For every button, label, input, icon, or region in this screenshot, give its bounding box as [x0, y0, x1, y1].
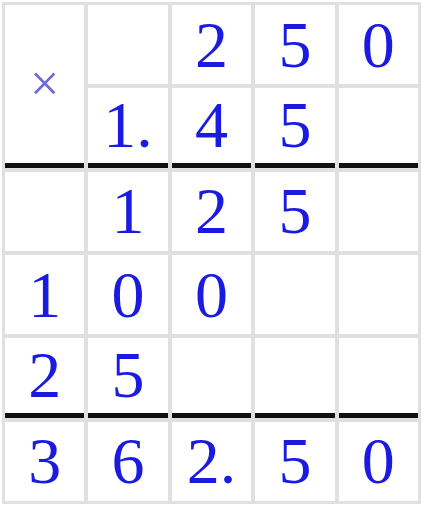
- grid-cell-r1c5: 0: [339, 5, 418, 84]
- grid-cell-r2c4: 5: [255, 88, 334, 167]
- grid-cell-r2c3: 4: [172, 88, 251, 167]
- grid-cell-r6c4: 5: [255, 422, 334, 501]
- grid-cell-r2c5: [339, 88, 418, 167]
- grid-cell-r5c2: 5: [88, 338, 167, 417]
- grid-cell-r6c3: 2.: [172, 422, 251, 501]
- grid-cell-r1c4: 5: [255, 5, 334, 84]
- grid-cell-r5c5: [339, 338, 418, 417]
- grid-cell-r5c1: 2: [5, 338, 84, 417]
- multiplication-worksheet: × 2 5 0 1. 4 5 1 2 5 1 0 0 2 5 3 6 2. 5 …: [0, 0, 423, 506]
- grid-cell-r1c3: 2: [172, 5, 251, 84]
- grid-cell-r2c2: 1.: [88, 88, 167, 167]
- grid-cell-r3c4: 5: [255, 172, 334, 251]
- grid-cell-r5c3: [172, 338, 251, 417]
- operator-cell multiply-icon: ×: [5, 5, 84, 168]
- multiplication-grid: × 2 5 0 1. 4 5 1 2 5 1 0 0 2 5 3 6 2. 5 …: [2, 2, 421, 504]
- grid-cell-r4c2: 0: [88, 255, 167, 334]
- grid-cell-r4c1: 1: [5, 255, 84, 334]
- grid-cell-r4c5: [339, 255, 418, 334]
- grid-cell-r1c2: [88, 5, 167, 84]
- grid-cell-r6c1: 3: [5, 422, 84, 501]
- grid-cell-r3c1: [5, 172, 84, 251]
- grid-cell-r6c2: 6: [88, 422, 167, 501]
- grid-cell-r3c2: 1: [88, 172, 167, 251]
- grid-cell-r4c4: [255, 255, 334, 334]
- grid-cell-r3c3: 2: [172, 172, 251, 251]
- grid-cell-r5c4: [255, 338, 334, 417]
- grid-cell-r4c3: 0: [172, 255, 251, 334]
- grid-cell-r3c5: [339, 172, 418, 251]
- grid-cell-r6c5: 0: [339, 422, 418, 501]
